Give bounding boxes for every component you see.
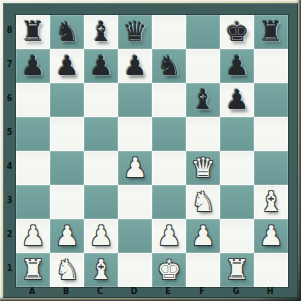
- square-c3[interactable]: [84, 185, 118, 219]
- square-b3[interactable]: [50, 185, 84, 219]
- square-c5[interactable]: [84, 117, 118, 151]
- square-g4[interactable]: [220, 151, 254, 185]
- white-pawn[interactable]: ♟: [157, 219, 181, 253]
- white-knight[interactable]: ♞: [191, 185, 215, 219]
- square-g6[interactable]: ♟: [220, 83, 254, 117]
- white-bishop[interactable]: ♝: [89, 253, 113, 287]
- rank-label-6: 6: [4, 82, 15, 116]
- square-c6[interactable]: [84, 83, 118, 117]
- rank-label-5: 5: [4, 116, 15, 150]
- square-a6[interactable]: [16, 83, 50, 117]
- file-label-h: H: [253, 286, 287, 297]
- square-h7[interactable]: [254, 49, 288, 83]
- rank-label-8: 8: [4, 14, 15, 48]
- square-b6[interactable]: [50, 83, 84, 117]
- square-h2[interactable]: ♟: [254, 219, 288, 253]
- square-c2[interactable]: ♟: [84, 219, 118, 253]
- square-h3[interactable]: ♝: [254, 185, 288, 219]
- black-rook[interactable]: ♜: [259, 15, 283, 49]
- black-pawn[interactable]: ♟: [225, 83, 249, 117]
- square-e3[interactable]: [152, 185, 186, 219]
- square-a5[interactable]: [16, 117, 50, 151]
- white-pawn[interactable]: ♟: [123, 151, 147, 185]
- square-d6[interactable]: [118, 83, 152, 117]
- file-labels: ABCDEFGH: [15, 286, 287, 297]
- white-knight[interactable]: ♞: [55, 253, 79, 287]
- square-d7[interactable]: ♟: [118, 49, 152, 83]
- square-f8[interactable]: [186, 15, 220, 49]
- black-bishop[interactable]: ♝: [89, 15, 113, 49]
- square-c4[interactable]: [84, 151, 118, 185]
- rank-label-1: 1: [4, 252, 15, 286]
- rank-labels: 87654321: [4, 14, 15, 286]
- black-knight[interactable]: ♞: [157, 49, 181, 83]
- black-bishop[interactable]: ♝: [191, 83, 215, 117]
- board-border: 87654321 ♜♞♝♛♚♜♟♟♟♟♞♟♝♟♟♛♞♝♟♟♟♟♟♟♜♞♝♚♜ A…: [3, 3, 298, 298]
- square-b4[interactable]: [50, 151, 84, 185]
- square-a2[interactable]: ♟: [16, 219, 50, 253]
- file-label-d: D: [117, 286, 151, 297]
- square-d4[interactable]: ♟: [118, 151, 152, 185]
- square-a4[interactable]: [16, 151, 50, 185]
- square-h1[interactable]: [254, 253, 288, 287]
- square-f7[interactable]: [186, 49, 220, 83]
- square-d8[interactable]: ♛: [118, 15, 152, 49]
- square-h4[interactable]: [254, 151, 288, 185]
- square-b2[interactable]: ♟: [50, 219, 84, 253]
- white-rook[interactable]: ♜: [21, 253, 45, 287]
- white-rook[interactable]: ♜: [225, 253, 249, 287]
- square-f5[interactable]: [186, 117, 220, 151]
- photo-frame: 87654321 ♜♞♝♛♚♜♟♟♟♟♞♟♝♟♟♛♞♝♟♟♟♟♟♟♜♞♝♚♜ A…: [0, 0, 301, 301]
- square-b8[interactable]: ♞: [50, 15, 84, 49]
- black-knight[interactable]: ♞: [55, 15, 79, 49]
- white-bishop[interactable]: ♝: [259, 185, 283, 219]
- file-label-c: C: [83, 286, 117, 297]
- black-rook[interactable]: ♜: [21, 15, 45, 49]
- black-pawn[interactable]: ♟: [89, 49, 113, 83]
- square-f1[interactable]: [186, 253, 220, 287]
- square-d1[interactable]: [118, 253, 152, 287]
- square-c7[interactable]: ♟: [84, 49, 118, 83]
- square-f2[interactable]: ♟: [186, 219, 220, 253]
- black-queen[interactable]: ♛: [123, 15, 147, 49]
- square-e2[interactable]: ♟: [152, 219, 186, 253]
- square-c8[interactable]: ♝: [84, 15, 118, 49]
- square-g2[interactable]: [220, 219, 254, 253]
- chess-board: ♜♞♝♛♚♜♟♟♟♟♞♟♝♟♟♛♞♝♟♟♟♟♟♟♜♞♝♚♜: [15, 14, 289, 288]
- square-e4[interactable]: [152, 151, 186, 185]
- white-king[interactable]: ♚: [157, 253, 181, 287]
- square-e5[interactable]: [152, 117, 186, 151]
- rank-label-3: 3: [4, 184, 15, 218]
- square-g1[interactable]: ♜: [220, 253, 254, 287]
- white-pawn[interactable]: ♟: [21, 219, 45, 253]
- square-g7[interactable]: ♟: [220, 49, 254, 83]
- square-f6[interactable]: ♝: [186, 83, 220, 117]
- square-b1[interactable]: ♞: [50, 253, 84, 287]
- square-e7[interactable]: ♞: [152, 49, 186, 83]
- rank-label-7: 7: [4, 48, 15, 82]
- square-f3[interactable]: ♞: [186, 185, 220, 219]
- white-pawn[interactable]: ♟: [55, 219, 79, 253]
- white-queen[interactable]: ♛: [191, 151, 215, 185]
- white-pawn[interactable]: ♟: [89, 219, 113, 253]
- file-label-a: A: [15, 286, 49, 297]
- white-pawn[interactable]: ♟: [259, 219, 283, 253]
- black-pawn[interactable]: ♟: [21, 49, 45, 83]
- square-g5[interactable]: [220, 117, 254, 151]
- square-e1[interactable]: ♚: [152, 253, 186, 287]
- rank-label-4: 4: [4, 150, 15, 184]
- file-label-e: E: [151, 286, 185, 297]
- square-h5[interactable]: [254, 117, 288, 151]
- square-e6[interactable]: [152, 83, 186, 117]
- square-d5[interactable]: [118, 117, 152, 151]
- square-b7[interactable]: ♟: [50, 49, 84, 83]
- square-g3[interactable]: [220, 185, 254, 219]
- square-c1[interactable]: ♝: [84, 253, 118, 287]
- square-b5[interactable]: [50, 117, 84, 151]
- square-a1[interactable]: ♜: [16, 253, 50, 287]
- black-pawn[interactable]: ♟: [225, 49, 249, 83]
- square-d3[interactable]: [118, 185, 152, 219]
- square-d2[interactable]: [118, 219, 152, 253]
- square-h8[interactable]: ♜: [254, 15, 288, 49]
- square-f4[interactable]: ♛: [186, 151, 220, 185]
- rank-label-2: 2: [4, 218, 15, 252]
- black-pawn[interactable]: ♟: [123, 49, 147, 83]
- square-a3[interactable]: [16, 185, 50, 219]
- square-e8[interactable]: [152, 15, 186, 49]
- file-label-g: G: [219, 286, 253, 297]
- file-label-f: F: [185, 286, 219, 297]
- white-pawn[interactable]: ♟: [191, 219, 215, 253]
- black-pawn[interactable]: ♟: [55, 49, 79, 83]
- square-a8[interactable]: ♜: [16, 15, 50, 49]
- square-a7[interactable]: ♟: [16, 49, 50, 83]
- black-king[interactable]: ♚: [225, 15, 249, 49]
- file-label-b: B: [49, 286, 83, 297]
- square-g8[interactable]: ♚: [220, 15, 254, 49]
- square-h6[interactable]: [254, 83, 288, 117]
